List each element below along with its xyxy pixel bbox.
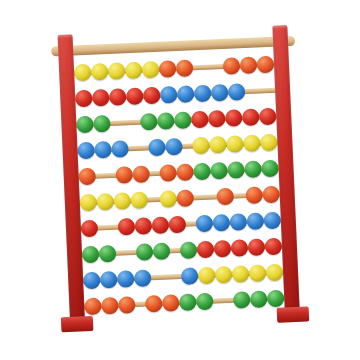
green-bead[interactable] xyxy=(140,112,158,130)
frame-top-bar xyxy=(51,36,295,57)
green-bead[interactable] xyxy=(250,290,268,308)
blue-bead[interactable] xyxy=(229,213,247,231)
red-bead[interactable] xyxy=(191,110,209,128)
orange-bead[interactable] xyxy=(101,296,119,314)
orange-bead[interactable] xyxy=(118,296,136,314)
blue-bead[interactable] xyxy=(195,214,213,232)
red-bead[interactable] xyxy=(135,217,153,235)
red-bead[interactable] xyxy=(81,219,99,237)
blue-bead[interactable] xyxy=(134,269,152,287)
blue-bead[interactable] xyxy=(246,212,264,230)
yellow-bead[interactable] xyxy=(249,264,267,282)
bead-row-8 xyxy=(82,237,283,264)
green-bead[interactable] xyxy=(157,112,175,130)
yellow-bead[interactable] xyxy=(113,192,131,210)
orange-bead[interactable] xyxy=(84,297,102,315)
red-bead[interactable] xyxy=(109,88,127,106)
orange-bead[interactable] xyxy=(176,163,194,181)
bead-row-2 xyxy=(75,81,276,108)
red-bead[interactable] xyxy=(265,237,283,255)
orange-bead[interactable] xyxy=(132,165,150,183)
green-bead[interactable] xyxy=(76,115,94,133)
bead-row-1 xyxy=(74,55,275,82)
green-bead[interactable] xyxy=(233,291,251,309)
blue-bead[interactable] xyxy=(77,141,95,159)
blue-bead[interactable] xyxy=(212,213,230,231)
yellow-bead[interactable] xyxy=(125,61,143,79)
green-bead[interactable] xyxy=(99,244,117,262)
red-bead[interactable] xyxy=(214,239,232,257)
bead-row-9 xyxy=(83,263,284,290)
frame-left-foot xyxy=(61,316,94,332)
green-bead[interactable] xyxy=(153,242,171,260)
yellow-bead[interactable] xyxy=(243,134,261,152)
bead-row-6 xyxy=(79,185,280,212)
blue-bead[interactable] xyxy=(181,267,199,285)
yellow-bead[interactable] xyxy=(159,190,177,208)
green-bead[interactable] xyxy=(82,245,100,263)
red-bead[interactable] xyxy=(242,108,260,126)
blue-bead[interactable] xyxy=(83,271,101,289)
orange-bead[interactable] xyxy=(245,186,263,204)
blue-bead[interactable] xyxy=(211,83,229,101)
yellow-bead[interactable] xyxy=(108,62,126,80)
frame-right-foot xyxy=(277,306,310,322)
orange-bead[interactable] xyxy=(240,56,258,74)
blue-bead[interactable] xyxy=(228,83,246,101)
product-photo xyxy=(0,0,360,360)
red-bead[interactable] xyxy=(143,86,161,104)
green-bead[interactable] xyxy=(227,161,245,179)
green-bead[interactable] xyxy=(244,160,262,178)
orange-bead[interactable] xyxy=(176,189,194,207)
orange-bead[interactable] xyxy=(159,60,177,78)
red-bead[interactable] xyxy=(152,216,170,234)
orange-bead[interactable] xyxy=(162,294,180,312)
yellow-bead[interactable] xyxy=(226,135,244,153)
green-bead[interactable] xyxy=(210,161,228,179)
yellow-bead[interactable] xyxy=(79,193,97,211)
yellow-bead[interactable] xyxy=(232,265,250,283)
bead-row-10 xyxy=(84,289,285,316)
orange-bead[interactable] xyxy=(78,167,96,185)
blue-bead[interactable] xyxy=(148,138,166,156)
orange-bead[interactable] xyxy=(115,166,133,184)
red-bead[interactable] xyxy=(169,215,187,233)
red-bead[interactable] xyxy=(126,87,144,105)
green-bead[interactable] xyxy=(261,159,279,177)
green-bead[interactable] xyxy=(179,293,197,311)
red-bead[interactable] xyxy=(225,109,243,127)
bead-row-3 xyxy=(76,107,277,134)
blue-bead[interactable] xyxy=(165,137,183,155)
blue-bead[interactable] xyxy=(117,270,135,288)
yellow-bead[interactable] xyxy=(142,60,160,78)
bead-rows xyxy=(49,21,295,32)
blue-bead[interactable] xyxy=(177,85,195,103)
blue-bead[interactable] xyxy=(94,140,112,158)
bead-row-7 xyxy=(81,211,282,238)
red-bead[interactable] xyxy=(92,88,110,106)
yellow-bead[interactable] xyxy=(215,265,233,283)
blue-bead[interactable] xyxy=(160,86,178,104)
red-bead[interactable] xyxy=(259,107,277,125)
red-bead[interactable] xyxy=(208,109,226,127)
red-bead[interactable] xyxy=(231,239,249,257)
blue-bead[interactable] xyxy=(111,140,129,158)
blue-bead[interactable] xyxy=(100,270,118,288)
red-bead[interactable] xyxy=(197,240,215,258)
yellow-bead[interactable] xyxy=(96,192,114,210)
yellow-bead[interactable] xyxy=(192,136,210,154)
bead-row-5 xyxy=(78,159,279,186)
orange-bead[interactable] xyxy=(145,294,163,312)
red-bead[interactable] xyxy=(75,89,93,107)
orange-bead[interactable] xyxy=(176,59,194,77)
yellow-bead[interactable] xyxy=(74,63,92,81)
green-bead[interactable] xyxy=(193,162,211,180)
orange-bead[interactable] xyxy=(262,185,280,203)
green-bead[interactable] xyxy=(180,241,198,259)
orange-bead[interactable] xyxy=(223,57,241,75)
red-bead[interactable] xyxy=(118,217,136,235)
green-bead[interactable] xyxy=(93,114,111,132)
yellow-bead[interactable] xyxy=(198,266,216,284)
green-bead[interactable] xyxy=(196,292,214,310)
red-bead[interactable] xyxy=(248,238,266,256)
yellow-bead[interactable] xyxy=(130,191,148,209)
orange-bead[interactable] xyxy=(257,55,275,73)
green-bead[interactable] xyxy=(267,289,285,307)
abacus xyxy=(49,21,308,341)
orange-bead[interactable] xyxy=(159,164,177,182)
yellow-bead[interactable] xyxy=(266,263,284,281)
green-bead[interactable] xyxy=(174,111,192,129)
yellow-bead[interactable] xyxy=(209,135,227,153)
blue-bead[interactable] xyxy=(263,211,281,229)
yellow-bead[interactable] xyxy=(260,133,278,151)
orange-bead[interactable] xyxy=(217,187,235,205)
yellow-bead[interactable] xyxy=(91,62,109,80)
bead-row-4 xyxy=(77,133,278,160)
blue-bead[interactable] xyxy=(194,84,212,102)
green-bead[interactable] xyxy=(136,243,154,261)
